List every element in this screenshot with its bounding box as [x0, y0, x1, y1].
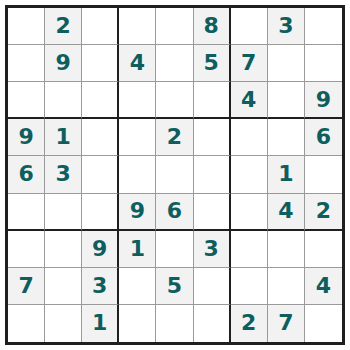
cell-r3c2[interactable]: [45, 82, 82, 119]
cell-r5c8[interactable]: 1: [268, 156, 305, 193]
cell-r4c1[interactable]: 9: [8, 119, 45, 156]
cell-r2c1[interactable]: [8, 45, 45, 82]
cell-r1c1[interactable]: [8, 8, 45, 45]
cell-r8c6[interactable]: [194, 268, 231, 305]
cell-r4c3[interactable]: [82, 119, 119, 156]
cell-r4c6[interactable]: [194, 119, 231, 156]
cell-r1c6[interactable]: 8: [194, 8, 231, 45]
cell-r4c5[interactable]: 2: [156, 119, 193, 156]
cell-r8c8[interactable]: [268, 268, 305, 305]
cell-r6c1[interactable]: [8, 194, 45, 231]
cell-r3c4[interactable]: [119, 82, 156, 119]
cell-r3c7[interactable]: 4: [231, 82, 268, 119]
cell-r9c6[interactable]: [194, 305, 231, 342]
cell-r7c1[interactable]: [8, 231, 45, 268]
cell-r6c5[interactable]: 6: [156, 194, 193, 231]
cell-r7c5[interactable]: [156, 231, 193, 268]
cell-r5c1[interactable]: 6: [8, 156, 45, 193]
cell-r6c6[interactable]: [194, 194, 231, 231]
cell-r3c6[interactable]: [194, 82, 231, 119]
cell-r3c9[interactable]: 9: [305, 82, 342, 119]
cell-r4c7[interactable]: [231, 119, 268, 156]
cell-r6c3[interactable]: [82, 194, 119, 231]
cell-r4c9[interactable]: 6: [305, 119, 342, 156]
cell-r9c7[interactable]: 2: [231, 305, 268, 342]
sudoku-board: 283945749912663196429137354127: [5, 5, 345, 345]
cell-r8c3[interactable]: 3: [82, 268, 119, 305]
cell-r1c9[interactable]: [305, 8, 342, 45]
cell-r2c9[interactable]: [305, 45, 342, 82]
cell-r5c5[interactable]: [156, 156, 193, 193]
cell-r3c1[interactable]: [8, 82, 45, 119]
cell-r8c1[interactable]: 7: [8, 268, 45, 305]
cell-r8c5[interactable]: 5: [156, 268, 193, 305]
cell-r1c7[interactable]: [231, 8, 268, 45]
cell-r2c5[interactable]: [156, 45, 193, 82]
cell-r9c5[interactable]: [156, 305, 193, 342]
cell-r6c4[interactable]: 9: [119, 194, 156, 231]
cell-r4c4[interactable]: [119, 119, 156, 156]
cell-r5c2[interactable]: 3: [45, 156, 82, 193]
cell-r2c6[interactable]: 5: [194, 45, 231, 82]
cell-r6c7[interactable]: [231, 194, 268, 231]
cell-r2c4[interactable]: 4: [119, 45, 156, 82]
cell-r6c2[interactable]: [45, 194, 82, 231]
cell-r9c4[interactable]: [119, 305, 156, 342]
cell-r9c8[interactable]: 7: [268, 305, 305, 342]
cell-r5c7[interactable]: [231, 156, 268, 193]
cell-r7c2[interactable]: [45, 231, 82, 268]
cell-r6c9[interactable]: 2: [305, 194, 342, 231]
sudoku-page: 283945749912663196429137354127: [0, 0, 350, 350]
cell-r8c4[interactable]: [119, 268, 156, 305]
cell-r7c4[interactable]: 1: [119, 231, 156, 268]
cell-r1c5[interactable]: [156, 8, 193, 45]
cell-r7c6[interactable]: 3: [194, 231, 231, 268]
cell-r2c8[interactable]: [268, 45, 305, 82]
cell-r5c9[interactable]: [305, 156, 342, 193]
cell-r9c3[interactable]: 1: [82, 305, 119, 342]
cell-r6c8[interactable]: 4: [268, 194, 305, 231]
cell-r7c3[interactable]: 9: [82, 231, 119, 268]
cell-r8c2[interactable]: [45, 268, 82, 305]
cell-r5c4[interactable]: [119, 156, 156, 193]
cell-r2c3[interactable]: [82, 45, 119, 82]
cell-r1c3[interactable]: [82, 8, 119, 45]
cell-r1c2[interactable]: 2: [45, 8, 82, 45]
cell-r1c4[interactable]: [119, 8, 156, 45]
cell-r5c3[interactable]: [82, 156, 119, 193]
cell-r9c9[interactable]: [305, 305, 342, 342]
cell-r9c1[interactable]: [8, 305, 45, 342]
cell-r2c7[interactable]: 7: [231, 45, 268, 82]
cell-r3c3[interactable]: [82, 82, 119, 119]
cell-r8c7[interactable]: [231, 268, 268, 305]
cell-r5c6[interactable]: [194, 156, 231, 193]
cell-r2c2[interactable]: 9: [45, 45, 82, 82]
cell-r1c8[interactable]: 3: [268, 8, 305, 45]
cell-r3c8[interactable]: [268, 82, 305, 119]
cell-r4c2[interactable]: 1: [45, 119, 82, 156]
cell-r7c9[interactable]: [305, 231, 342, 268]
cell-r7c7[interactable]: [231, 231, 268, 268]
cell-r7c8[interactable]: [268, 231, 305, 268]
cell-r8c9[interactable]: 4: [305, 268, 342, 305]
cell-r9c2[interactable]: [45, 305, 82, 342]
cell-r3c5[interactable]: [156, 82, 193, 119]
cell-r4c8[interactable]: [268, 119, 305, 156]
